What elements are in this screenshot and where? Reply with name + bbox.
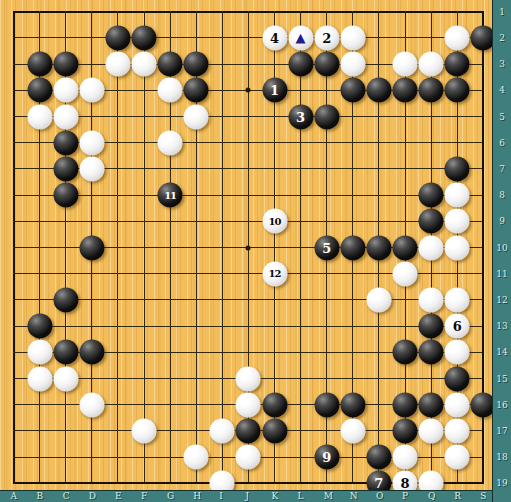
move-number-label: 4 <box>270 31 279 44</box>
black-stone[interactable]: 5 <box>314 235 339 260</box>
white-stone[interactable] <box>445 418 470 443</box>
white-stone[interactable] <box>393 445 418 470</box>
white-stone[interactable] <box>236 445 261 470</box>
row-label-9: 9 <box>493 217 511 226</box>
go-board-app: 13115974▲2101268 12345678910111213141516… <box>0 0 511 502</box>
column-label-A: A <box>11 492 18 501</box>
black-stone[interactable] <box>53 52 78 77</box>
white-stone[interactable]: 4 <box>262 25 287 50</box>
black-stone[interactable] <box>288 52 313 77</box>
white-stone[interactable] <box>340 52 365 77</box>
black-stone[interactable] <box>262 392 287 417</box>
column-label-G: G <box>167 492 174 501</box>
move-number-label: 12 <box>269 269 281 279</box>
white-stone[interactable] <box>445 209 470 234</box>
black-stone[interactable] <box>53 183 78 208</box>
column-label-H: H <box>193 492 201 501</box>
black-stone[interactable] <box>366 445 391 470</box>
black-stone[interactable] <box>419 314 444 339</box>
white-stone[interactable] <box>393 52 418 77</box>
black-stone[interactable] <box>53 156 78 181</box>
white-stone[interactable] <box>366 287 391 312</box>
column-label-B: B <box>37 492 44 501</box>
white-stone[interactable] <box>210 418 235 443</box>
star-point <box>246 88 251 93</box>
row-label-19: 19 <box>493 479 511 488</box>
black-stone[interactable]: 11 <box>158 183 183 208</box>
white-stone[interactable] <box>236 392 261 417</box>
black-stone[interactable] <box>184 78 209 103</box>
black-stone[interactable] <box>184 52 209 77</box>
white-stone[interactable] <box>53 78 78 103</box>
column-label-E: E <box>115 492 122 501</box>
black-stone[interactable] <box>27 78 52 103</box>
white-stone[interactable] <box>419 287 444 312</box>
white-stone[interactable] <box>445 340 470 365</box>
white-stone[interactable] <box>132 418 157 443</box>
white-stone[interactable] <box>445 235 470 260</box>
column-coordinate-strip: ABCDEFGHIJKLMNOPQRS <box>0 490 511 502</box>
black-stone[interactable] <box>366 78 391 103</box>
black-stone[interactable] <box>393 235 418 260</box>
white-stone[interactable]: 2 <box>314 25 339 50</box>
column-label-I: I <box>219 492 223 501</box>
white-stone[interactable] <box>340 25 365 50</box>
row-label-11: 11 <box>493 270 511 279</box>
row-label-8: 8 <box>493 191 511 200</box>
white-stone[interactable] <box>27 104 52 129</box>
move-number-label: 7 <box>374 477 383 490</box>
black-stone[interactable] <box>262 418 287 443</box>
white-stone[interactable]: 10 <box>262 209 287 234</box>
white-stone[interactable] <box>445 183 470 208</box>
black-stone[interactable] <box>340 235 365 260</box>
white-stone[interactable] <box>419 418 444 443</box>
column-label-L: L <box>298 492 304 501</box>
column-label-J: J <box>245 492 249 501</box>
row-label-14: 14 <box>493 348 511 357</box>
column-label-N: N <box>350 492 358 501</box>
black-stone[interactable] <box>79 340 104 365</box>
move-number-label: 6 <box>453 320 462 333</box>
column-label-O: O <box>376 492 383 501</box>
white-stone[interactable] <box>184 445 209 470</box>
row-label-13: 13 <box>493 322 511 331</box>
row-label-5: 5 <box>493 113 511 122</box>
column-label-C: C <box>63 492 70 501</box>
black-stone[interactable] <box>132 25 157 50</box>
row-label-15: 15 <box>493 375 511 384</box>
move-number-label: 3 <box>296 110 305 123</box>
black-stone[interactable] <box>445 366 470 391</box>
column-label-M: M <box>324 492 333 501</box>
black-stone[interactable] <box>340 392 365 417</box>
move-number-label: 9 <box>322 451 331 464</box>
grid-line-horizontal <box>13 299 485 300</box>
black-stone[interactable] <box>445 52 470 77</box>
white-stone[interactable] <box>53 104 78 129</box>
black-stone[interactable]: 9 <box>314 445 339 470</box>
white-stone[interactable] <box>184 104 209 129</box>
column-label-R: R <box>454 492 461 501</box>
black-stone[interactable] <box>419 340 444 365</box>
black-stone[interactable]: 3 <box>288 104 313 129</box>
row-label-10: 10 <box>493 244 511 253</box>
white-stone[interactable]: 12 <box>262 261 287 286</box>
column-label-P: P <box>402 492 408 501</box>
grid-line-vertical <box>300 11 301 485</box>
move-number-label: 1 <box>270 84 279 97</box>
white-stone[interactable] <box>419 52 444 77</box>
black-stone[interactable]: 1 <box>262 78 287 103</box>
row-coordinate-strip: 12345678910111213141516171819 <box>492 0 511 502</box>
column-label-S: S <box>480 492 486 501</box>
black-stone[interactable] <box>393 418 418 443</box>
star-point <box>246 245 251 250</box>
row-label-16: 16 <box>493 401 511 410</box>
row-label-12: 12 <box>493 296 511 305</box>
white-stone[interactable] <box>79 130 104 155</box>
row-label-6: 6 <box>493 139 511 148</box>
white-stone[interactable] <box>340 418 365 443</box>
move-number-label: 8 <box>400 477 409 490</box>
black-stone[interactable] <box>314 52 339 77</box>
black-stone[interactable] <box>53 340 78 365</box>
white-stone[interactable] <box>236 366 261 391</box>
black-stone[interactable] <box>53 287 78 312</box>
black-stone[interactable] <box>236 418 261 443</box>
row-label-3: 3 <box>493 60 511 69</box>
column-label-Q: Q <box>428 492 435 501</box>
row-label-4: 4 <box>493 86 511 95</box>
white-stone[interactable] <box>53 366 78 391</box>
column-label-F: F <box>141 492 147 501</box>
black-stone[interactable] <box>105 25 130 50</box>
white-stone[interactable] <box>27 340 52 365</box>
column-label-K: K <box>272 492 279 501</box>
black-stone[interactable] <box>27 52 52 77</box>
black-stone[interactable] <box>393 340 418 365</box>
black-stone[interactable] <box>27 314 52 339</box>
row-label-17: 17 <box>493 427 511 436</box>
white-stone[interactable] <box>445 25 470 50</box>
row-label-18: 18 <box>493 453 511 462</box>
white-stone[interactable] <box>445 287 470 312</box>
white-stone[interactable] <box>393 261 418 286</box>
black-stone[interactable] <box>445 156 470 181</box>
black-stone[interactable] <box>419 183 444 208</box>
white-stone[interactable] <box>132 52 157 77</box>
black-stone[interactable] <box>445 78 470 103</box>
white-stone[interactable] <box>419 235 444 260</box>
white-stone[interactable] <box>445 392 470 417</box>
white-stone[interactable] <box>445 445 470 470</box>
move-number-label: 11 <box>164 190 176 200</box>
black-stone[interactable] <box>314 104 339 129</box>
black-stone[interactable] <box>419 392 444 417</box>
white-stone[interactable] <box>79 392 104 417</box>
white-stone[interactable] <box>105 52 130 77</box>
move-number-label: 2 <box>322 31 331 44</box>
black-stone[interactable] <box>314 392 339 417</box>
black-stone[interactable] <box>79 235 104 260</box>
white-stone[interactable] <box>158 130 183 155</box>
black-stone[interactable] <box>393 392 418 417</box>
white-stone[interactable]: ▲ <box>288 25 313 50</box>
black-stone[interactable] <box>366 235 391 260</box>
triangle-marker-icon: ▲ <box>296 30 306 43</box>
row-label-7: 7 <box>493 165 511 174</box>
row-label-2: 2 <box>493 34 511 43</box>
white-stone[interactable] <box>158 78 183 103</box>
black-stone[interactable] <box>393 78 418 103</box>
black-stone[interactable] <box>158 52 183 77</box>
white-stone[interactable] <box>79 156 104 181</box>
column-label-D: D <box>89 492 96 501</box>
black-stone[interactable] <box>340 78 365 103</box>
white-stone[interactable]: 6 <box>445 314 470 339</box>
black-stone[interactable] <box>419 209 444 234</box>
white-stone[interactable] <box>79 78 104 103</box>
move-number-label: 10 <box>269 216 281 226</box>
black-stone[interactable] <box>53 130 78 155</box>
white-stone[interactable] <box>27 366 52 391</box>
black-stone[interactable] <box>419 78 444 103</box>
row-label-1: 1 <box>493 8 511 17</box>
grid-line-horizontal <box>13 326 485 327</box>
move-number-label: 5 <box>322 241 331 254</box>
